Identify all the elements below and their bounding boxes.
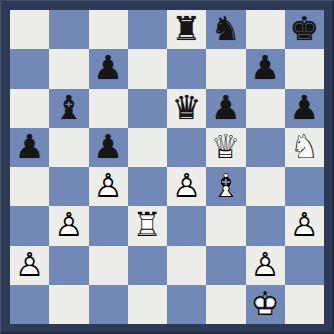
square-a5[interactable]: ♟ <box>10 128 49 167</box>
square-f4[interactable]: ♝♗ <box>206 167 245 206</box>
white-pawn-glyph: ♙ <box>246 246 285 285</box>
piece-black-pawn[interactable]: ♟ <box>246 49 285 88</box>
white-rook-glyph: ♖ <box>128 206 167 245</box>
square-b5[interactable] <box>49 128 88 167</box>
piece-white-pawn[interactable]: ♟♙ <box>285 206 324 245</box>
white-pawn-glyph: ♙ <box>10 246 49 285</box>
square-e2[interactable] <box>167 246 206 285</box>
square-f2[interactable] <box>206 246 245 285</box>
square-f6[interactable]: ♟ <box>206 89 245 128</box>
square-d1[interactable] <box>128 285 167 324</box>
square-f3[interactable] <box>206 206 245 245</box>
black-pawn-glyph: ♟ <box>89 128 128 167</box>
square-b3[interactable]: ♟♙ <box>49 206 88 245</box>
white-king-glyph: ♔ <box>246 285 285 324</box>
square-d2[interactable] <box>128 246 167 285</box>
square-f8[interactable]: ♞ <box>206 10 245 49</box>
white-bishop-glyph: ♗ <box>206 167 245 206</box>
square-h7[interactable] <box>285 49 324 88</box>
white-pawn-glyph: ♙ <box>285 206 324 245</box>
black-pawn-glyph: ♟ <box>206 89 245 128</box>
square-g8[interactable] <box>246 10 285 49</box>
square-e1[interactable] <box>167 285 206 324</box>
square-d7[interactable] <box>128 49 167 88</box>
white-pawn-glyph: ♙ <box>89 167 128 206</box>
square-a2[interactable]: ♟♙ <box>10 246 49 285</box>
piece-white-knight[interactable]: ♞♘ <box>285 128 324 167</box>
square-b2[interactable] <box>49 246 88 285</box>
piece-black-queen[interactable]: ♛ <box>167 89 206 128</box>
black-pawn-glyph: ♟ <box>246 49 285 88</box>
square-f5[interactable]: ♛♕ <box>206 128 245 167</box>
square-a7[interactable] <box>10 49 49 88</box>
square-b7[interactable] <box>49 49 88 88</box>
square-c7[interactable]: ♟ <box>89 49 128 88</box>
square-h2[interactable] <box>285 246 324 285</box>
white-queen-glyph: ♕ <box>206 128 245 167</box>
square-e4[interactable]: ♟♙ <box>167 167 206 206</box>
piece-white-king[interactable]: ♚♔ <box>246 285 285 324</box>
square-h8[interactable]: ♚ <box>285 10 324 49</box>
square-g3[interactable] <box>246 206 285 245</box>
square-c6[interactable] <box>89 89 128 128</box>
square-d8[interactable] <box>128 10 167 49</box>
black-pawn-glyph: ♟ <box>285 89 324 128</box>
chess-board: ♜♞♚♟♟♝♛♟♟♟♟♛♕♞♘♟♙♟♙♝♗♟♙♜♖♟♙♟♙♟♙♚♔ <box>10 10 324 324</box>
piece-black-pawn[interactable]: ♟ <box>206 89 245 128</box>
square-e8[interactable]: ♜ <box>167 10 206 49</box>
square-a4[interactable] <box>10 167 49 206</box>
square-h4[interactable] <box>285 167 324 206</box>
square-g5[interactable] <box>246 128 285 167</box>
piece-black-king[interactable]: ♚ <box>285 10 324 49</box>
square-a1[interactable] <box>10 285 49 324</box>
piece-white-pawn[interactable]: ♟♙ <box>246 246 285 285</box>
piece-white-pawn[interactable]: ♟♙ <box>49 206 88 245</box>
square-f7[interactable] <box>206 49 245 88</box>
square-c2[interactable] <box>89 246 128 285</box>
piece-white-queen[interactable]: ♛♕ <box>206 128 245 167</box>
square-h6[interactable]: ♟ <box>285 89 324 128</box>
square-b8[interactable] <box>49 10 88 49</box>
square-d3[interactable]: ♜♖ <box>128 206 167 245</box>
square-a6[interactable] <box>10 89 49 128</box>
square-c4[interactable]: ♟♙ <box>89 167 128 206</box>
piece-white-bishop[interactable]: ♝♗ <box>206 167 245 206</box>
square-g2[interactable]: ♟♙ <box>246 246 285 285</box>
square-d5[interactable] <box>128 128 167 167</box>
square-h5[interactable]: ♞♘ <box>285 128 324 167</box>
square-g1[interactable]: ♚♔ <box>246 285 285 324</box>
square-c1[interactable] <box>89 285 128 324</box>
black-king-glyph: ♚ <box>285 10 324 49</box>
white-pawn-glyph: ♙ <box>49 206 88 245</box>
square-h1[interactable] <box>285 285 324 324</box>
square-e6[interactable]: ♛ <box>167 89 206 128</box>
square-d6[interactable] <box>128 89 167 128</box>
piece-black-rook[interactable]: ♜ <box>167 10 206 49</box>
square-a3[interactable] <box>10 206 49 245</box>
piece-white-pawn[interactable]: ♟♙ <box>10 246 49 285</box>
square-a8[interactable] <box>10 10 49 49</box>
square-g4[interactable] <box>246 167 285 206</box>
square-e3[interactable] <box>167 206 206 245</box>
piece-black-pawn[interactable]: ♟ <box>10 128 49 167</box>
white-pawn-glyph: ♙ <box>167 167 206 206</box>
square-c5[interactable]: ♟ <box>89 128 128 167</box>
black-pawn-glyph: ♟ <box>10 128 49 167</box>
piece-black-pawn[interactable]: ♟ <box>89 49 128 88</box>
piece-white-pawn[interactable]: ♟♙ <box>167 167 206 206</box>
square-c3[interactable] <box>89 206 128 245</box>
black-pawn-glyph: ♟ <box>89 49 128 88</box>
piece-black-knight[interactable]: ♞ <box>206 10 245 49</box>
piece-white-pawn[interactable]: ♟♙ <box>89 167 128 206</box>
square-b1[interactable] <box>49 285 88 324</box>
white-knight-glyph: ♘ <box>285 128 324 167</box>
square-c8[interactable] <box>89 10 128 49</box>
board-frame: ♜♞♚♟♟♝♛♟♟♟♟♛♕♞♘♟♙♟♙♝♗♟♙♜♖♟♙♟♙♟♙♚♔ <box>0 0 334 334</box>
square-b4[interactable] <box>49 167 88 206</box>
square-e7[interactable] <box>167 49 206 88</box>
piece-black-bishop[interactable]: ♝ <box>49 89 88 128</box>
piece-white-rook[interactable]: ♜♖ <box>128 206 167 245</box>
square-f1[interactable] <box>206 285 245 324</box>
black-knight-glyph: ♞ <box>206 10 245 49</box>
black-rook-glyph: ♜ <box>167 10 206 49</box>
square-h3[interactable]: ♟♙ <box>285 206 324 245</box>
black-bishop-glyph: ♝ <box>49 89 88 128</box>
square-e5[interactable] <box>167 128 206 167</box>
square-d4[interactable] <box>128 167 167 206</box>
piece-black-pawn[interactable]: ♟ <box>285 89 324 128</box>
square-g6[interactable] <box>246 89 285 128</box>
piece-black-pawn[interactable]: ♟ <box>89 128 128 167</box>
black-queen-glyph: ♛ <box>167 89 206 128</box>
square-g7[interactable]: ♟ <box>246 49 285 88</box>
square-b6[interactable]: ♝ <box>49 89 88 128</box>
